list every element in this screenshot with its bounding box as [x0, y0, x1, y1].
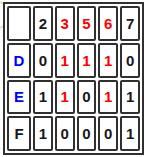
- matrix-cell-E2: 1: [33, 80, 53, 115]
- column-header-7: 7: [120, 6, 140, 41]
- exact-cover-matrix: 2 3 5 6 7 D 0 1 1 1 0 E 1 1 0 1 1: [3, 2, 144, 155]
- matrix-row-D: D 0 1 1 1 0: [7, 43, 140, 78]
- matrix-cell-F3: 0: [55, 116, 75, 151]
- matrix-cell-F7: 1: [120, 116, 140, 151]
- matrix-cell-D3: 1: [55, 43, 75, 78]
- exact-cover-figure: 2 3 5 6 7 D 0 1 1 1 0 E 1 1 0 1 1: [0, 0, 146, 157]
- matrix-cell-E3: 1: [55, 80, 75, 115]
- matrix-cell-E7: 1: [120, 80, 140, 115]
- column-header-5: 5: [77, 6, 97, 41]
- matrix-cell-E6: 1: [98, 80, 118, 115]
- matrix-cell-D5: 1: [77, 43, 97, 78]
- corner-cell: [7, 6, 31, 41]
- matrix-row-F: F 1 0 0 0 1: [7, 116, 140, 151]
- matrix-cell-D6: 1: [98, 43, 118, 78]
- row-label-D: D: [7, 43, 31, 78]
- matrix-row-E: E 1 1 0 1 1: [7, 80, 140, 115]
- matrix-cell-F2: 1: [33, 116, 53, 151]
- row-label-F: F: [7, 116, 31, 151]
- matrix-cell-D7: 0: [120, 43, 140, 78]
- matrix-cell-D2: 0: [33, 43, 53, 78]
- header-row: 2 3 5 6 7: [7, 6, 140, 41]
- row-label-E: E: [7, 80, 31, 115]
- matrix-cell-F6: 0: [98, 116, 118, 151]
- matrix-cell-E5: 0: [77, 80, 97, 115]
- column-header-2: 2: [33, 6, 53, 41]
- matrix-cell-F5: 0: [77, 116, 97, 151]
- column-header-6: 6: [98, 6, 118, 41]
- column-header-3: 3: [55, 6, 75, 41]
